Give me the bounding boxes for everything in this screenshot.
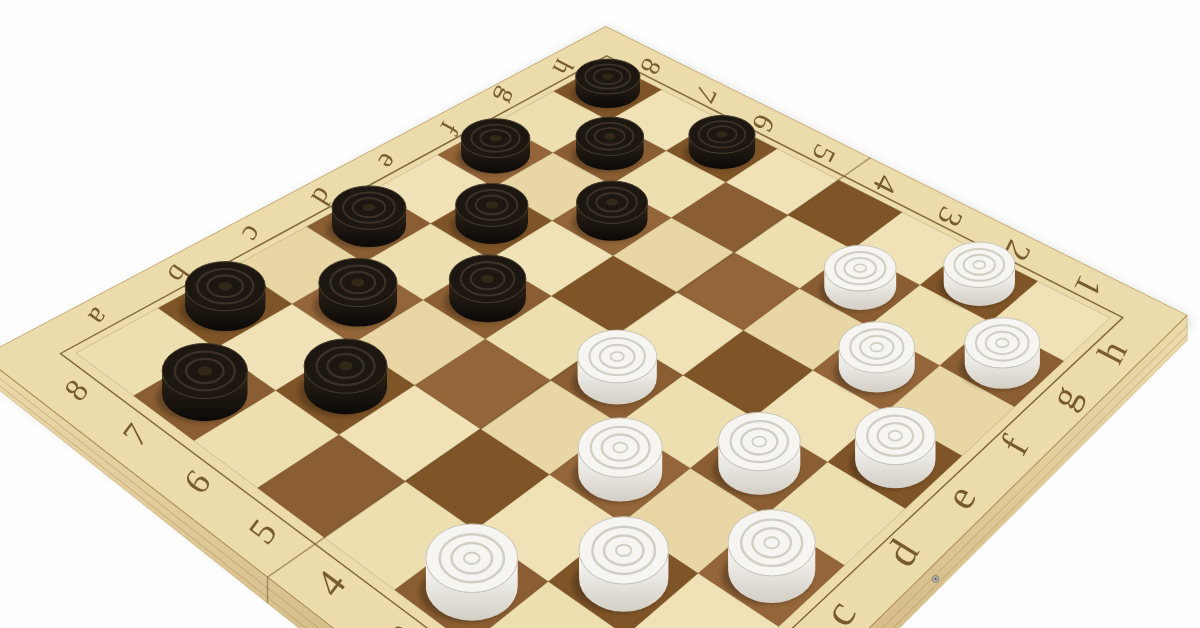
piece-center-dome — [481, 275, 494, 283]
piece-white-h2[interactable] — [939, 242, 1015, 307]
piece-white-e1[interactable] — [850, 407, 936, 489]
piece-black-h6[interactable] — [684, 115, 755, 169]
piece-center-dome — [602, 74, 613, 80]
piece-black-c7[interactable] — [313, 258, 397, 327]
piece-white-f2[interactable] — [834, 322, 915, 395]
piece-black-d6[interactable] — [444, 255, 526, 323]
piece-center-dome — [606, 199, 618, 206]
piece-white-c3[interactable] — [572, 418, 662, 503]
board-svg: aabbccddeeffgghh8877665544332211 — [0, 0, 1200, 628]
piece-center-dome — [716, 131, 727, 137]
piece-white-d4[interactable] — [572, 330, 657, 405]
piece-black-g7[interactable] — [571, 117, 643, 172]
piece-center-dome — [604, 133, 615, 140]
piece-center-dome — [339, 362, 353, 371]
piece-white-b2[interactable] — [573, 517, 669, 613]
piece-white-g1[interactable] — [959, 318, 1040, 390]
piece-center-dome — [198, 366, 213, 375]
piece-black-e7[interactable] — [450, 183, 528, 244]
clasp-screw-slot — [934, 578, 936, 580]
piece-black-h8[interactable] — [571, 59, 640, 109]
piece-black-a7[interactable] — [156, 343, 247, 422]
piece-white-d2[interactable] — [713, 412, 801, 496]
piece-center-dome — [218, 282, 232, 290]
piece-center-dome — [351, 278, 364, 286]
piece-center-dome — [363, 204, 376, 211]
piece-white-a3[interactable] — [420, 524, 518, 622]
piece-black-b8[interactable] — [180, 262, 266, 332]
checkers-board-photo: Russian draughts (shashki), 8x8 wooden f… — [0, 0, 1200, 628]
piece-center-dome — [490, 135, 502, 142]
piece-black-b6[interactable] — [298, 339, 387, 417]
piece-white-g3[interactable] — [819, 245, 896, 311]
piece-center-dome — [486, 201, 498, 208]
piece-black-f8[interactable] — [456, 119, 530, 174]
piece-black-d8[interactable] — [327, 186, 406, 248]
piece-white-c1[interactable] — [722, 510, 815, 605]
piece-black-f6[interactable] — [572, 181, 648, 242]
